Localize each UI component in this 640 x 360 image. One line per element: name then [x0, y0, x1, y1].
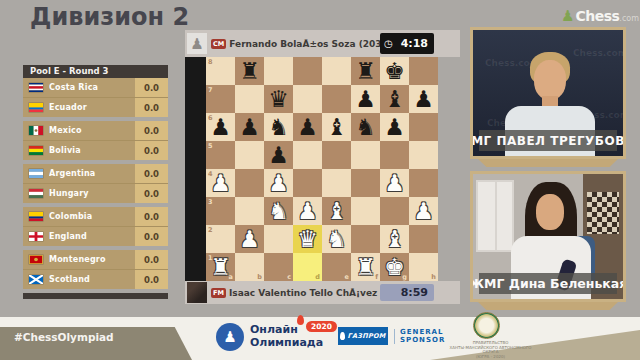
window-pane	[495, 182, 497, 250]
square-a1: 1a♜	[206, 253, 235, 281]
team-name: Bolivia	[49, 146, 135, 155]
file-label-c: c	[287, 273, 291, 281]
square-a3: 3	[206, 197, 235, 225]
flag-ecuador-icon	[29, 103, 43, 112]
caption-commentator-2: ЖМГ Дина Беленькая	[479, 273, 617, 294]
fide-logo: ♟	[216, 323, 244, 351]
title-badge-top: CM	[211, 39, 226, 49]
piece-bR-b8: ♜	[239, 60, 260, 83]
match-block: Argentina0.0Hungary0.0	[23, 164, 168, 203]
square-a7: 7	[206, 85, 235, 113]
square-f5	[351, 141, 380, 169]
team-score: 0.0	[135, 164, 168, 183]
chesscom-logo: ♟ Chess .com	[561, 8, 639, 24]
standings-row-mexico: Mexico0.0	[23, 121, 168, 140]
square-a8: 8	[206, 57, 235, 85]
olympiad-flame-icon	[297, 315, 304, 325]
crest-caption-line: (ЮГРА - 2020)	[448, 355, 533, 360]
square-h5	[409, 141, 438, 169]
team-score: 0.0	[135, 207, 168, 226]
square-b6: ♟	[235, 113, 264, 141]
team-name: Montenegro	[49, 255, 135, 264]
piece-bP-b6: ♟	[239, 116, 260, 139]
team-score: 0.0	[135, 78, 168, 97]
piece-bP-g6: ♟	[384, 116, 405, 139]
team-score: 0.0	[135, 98, 168, 117]
olympiad-title-line2: Олимпиада	[250, 336, 323, 349]
flag-argentina-icon	[29, 169, 43, 178]
square-c3: ♞	[264, 197, 293, 225]
avatar-bottom	[187, 282, 207, 303]
square-e6: ♝	[322, 113, 351, 141]
square-d6: ♟	[293, 113, 322, 141]
square-h6	[409, 113, 438, 141]
video-feed-commentator-1: Chess.com Chess.com Chess.com Chess.com …	[470, 27, 626, 159]
match-block: Mexico0.0Bolivia0.0	[23, 121, 168, 160]
match-block: Montenegro0.0Scotland0.0	[23, 250, 168, 289]
player-name-top: Fernando BolaÃ±os Soza (2038)	[229, 39, 392, 49]
square-e3: ♝	[322, 197, 351, 225]
fide-pawn-icon: ♟	[223, 328, 236, 346]
square-a2: 2	[206, 225, 235, 253]
general-sponsor-label: GENERAL SPONSOR	[394, 329, 445, 344]
square-h7: ♟	[409, 85, 438, 113]
clock-time-top: 4:18	[401, 37, 428, 50]
flag-montenegro-icon	[29, 255, 43, 264]
standings-row-colombia: Colombia0.0	[23, 207, 168, 226]
general-sponsor-line2: SPONSOR	[400, 337, 445, 345]
team-score: 0.0	[135, 121, 168, 140]
gazprom-flame-icon	[340, 332, 345, 340]
clock-icon: ◷	[384, 38, 393, 49]
rank-label-6: 6	[208, 114, 213, 122]
team-score: 0.0	[135, 270, 168, 289]
square-d5	[293, 141, 322, 169]
ugra-government-crest	[473, 312, 500, 339]
broadcast-frame: Дивизион 2 ♟ Chess .com Pool E - Round 3…	[0, 0, 640, 360]
square-a4: 4♟	[206, 169, 235, 197]
square-b8: ♜	[235, 57, 264, 85]
team-name: Argentina	[49, 169, 135, 178]
chess-board: 8♜♜♚7♛♟♝♟6♟♟♞♟♝♞♟5♟4♟♟♟3♞♟♝♟2♟♛♞♝1a♜bcde…	[206, 57, 438, 281]
square-c8	[264, 57, 293, 85]
chesscom-logo-tld: .com	[619, 14, 639, 23]
flag-mexico-icon	[29, 126, 43, 135]
board-left-strip	[185, 57, 206, 281]
standings-row-hungary: Hungary0.0	[23, 183, 168, 203]
rank-label-7: 7	[208, 86, 213, 94]
rank-label-2: 2	[208, 226, 213, 234]
piece-wB-e3: ♝	[326, 200, 347, 223]
video-feed-commentator-2: ЖМГ Дина Беленькая	[470, 171, 626, 302]
gazprom-text: ГАЗПРОМ	[347, 332, 385, 340]
file-label-g: g	[402, 273, 407, 281]
piece-wR-f1: ♜	[355, 256, 376, 279]
hashtag-text: #ChessOlympiad	[14, 331, 114, 343]
piece-bQ-c7: ♛	[268, 88, 289, 111]
standings-row-ecuador: Ecuador0.0	[23, 97, 168, 117]
square-h1: h	[409, 253, 438, 281]
gazprom-logo: ГАЗПРОМ	[338, 327, 388, 345]
square-b5	[235, 141, 264, 169]
chess-pawn-icon: ♟	[561, 9, 574, 24]
file-label-f: f	[375, 273, 378, 281]
rank-label-4: 4	[208, 170, 213, 178]
square-f8: ♜	[351, 57, 380, 85]
video-1-stand	[478, 159, 618, 167]
match-block: Costa Rica0.0Ecuador0.0	[23, 78, 168, 117]
piece-bP-c5: ♟	[268, 144, 289, 167]
square-e1: e	[322, 253, 351, 281]
title-badge-bottom: FM	[211, 288, 226, 298]
crest-caption: ПРАВИТЕЛЬСТВО ХАНТЫ-МАНСИЙСКОГО АВТОНОМН…	[448, 341, 533, 359]
match-block: Colombia0.0England0.0	[23, 207, 168, 246]
piece-bP-a6: ♟	[210, 116, 231, 139]
square-g8: ♚	[380, 57, 409, 85]
square-f2	[351, 225, 380, 253]
piece-bP-h7: ♟	[413, 88, 434, 111]
team-name: England	[49, 232, 135, 241]
piece-wP-h3: ♟	[413, 200, 434, 223]
square-e2: ♞	[322, 225, 351, 253]
clock-time-bottom: 8:59	[401, 286, 428, 299]
square-d1: d	[293, 253, 322, 281]
piece-wP-b2: ♟	[239, 228, 260, 251]
standings-row-scotland: Scotland0.0	[23, 269, 168, 289]
square-d8	[293, 57, 322, 85]
flag-bolivia-icon	[29, 146, 43, 155]
flag-hungary-icon	[29, 189, 43, 198]
rank-label-1: 1	[208, 254, 213, 262]
commentator-2-face	[536, 194, 564, 230]
team-score: 0.0	[135, 250, 168, 269]
piece-wQ-d2: ♛	[297, 228, 318, 251]
standings-row-costa-rica: Costa Rica0.0	[23, 78, 168, 97]
piece-bB-g7: ♝	[384, 88, 405, 111]
rank-label-5: 5	[208, 142, 213, 150]
square-d4	[293, 169, 322, 197]
video-2-stand	[478, 302, 618, 310]
piece-wN-e2: ♞	[326, 228, 347, 251]
file-label-d: d	[315, 273, 320, 281]
square-b3	[235, 197, 264, 225]
square-b4	[235, 169, 264, 197]
flag-costa-rica-icon	[29, 83, 43, 92]
player-bar-top: ♟ CM Fernando BolaÃ±os Soza (2038) ◷ 4:1…	[185, 30, 460, 57]
team-name: Ecuador	[49, 103, 135, 112]
square-h4	[409, 169, 438, 197]
square-f7: ♟	[351, 85, 380, 113]
caption-commentator-1: МГ ПАВЕЛ ТРЕГУБОВ	[479, 130, 617, 151]
flag-england-icon	[29, 232, 43, 241]
flag-colombia-icon	[29, 212, 43, 221]
square-f1: f♜	[351, 253, 380, 281]
team-name: Costa Rica	[49, 83, 135, 92]
square-a6: 6♟	[206, 113, 235, 141]
team-name: Hungary	[49, 189, 135, 198]
square-g2: ♝	[380, 225, 409, 253]
team-name: Mexico	[49, 126, 135, 135]
standings-row-montenegro: Montenegro0.0	[23, 250, 168, 269]
piece-wN-c3: ♞	[268, 200, 289, 223]
square-e8	[322, 57, 351, 85]
rank-label-3: 3	[208, 198, 213, 206]
square-f4	[351, 169, 380, 197]
team-name: Colombia	[49, 212, 135, 221]
square-c6: ♞	[264, 113, 293, 141]
chesscom-watermark: Chess.com	[573, 48, 626, 58]
window	[476, 180, 514, 252]
piece-bN-f6: ♞	[355, 116, 376, 139]
square-h8	[409, 57, 438, 85]
square-e4	[322, 169, 351, 197]
square-g6: ♟	[380, 113, 409, 141]
team-score: 0.0	[135, 227, 168, 246]
square-c4: ♟	[264, 169, 293, 197]
square-g1: g♚	[380, 253, 409, 281]
square-c2	[264, 225, 293, 253]
page-title: Дивизион 2	[30, 3, 189, 31]
team-score: 0.0	[135, 141, 168, 160]
square-c7: ♛	[264, 85, 293, 113]
piece-wP-g4: ♟	[384, 172, 405, 195]
file-label-h: h	[431, 273, 436, 281]
square-f6: ♞	[351, 113, 380, 141]
clock-bottom: 8:59	[380, 284, 434, 301]
piece-bK-g8: ♚	[384, 60, 405, 83]
olympiad-title-line1: Онлайн	[250, 323, 298, 336]
square-h2	[409, 225, 438, 253]
flag-scotland-icon	[29, 275, 43, 284]
year-badge: 2020	[306, 321, 337, 332]
chesscom-logo-text: Chess	[575, 8, 619, 24]
avatar-top: ♟	[187, 33, 207, 54]
pawn-avatar-icon: ♟	[190, 35, 203, 53]
square-d2: ♛	[293, 225, 322, 253]
file-label-e: e	[345, 273, 349, 281]
piece-wP-d3: ♟	[297, 200, 318, 223]
standings-panel: Pool E - Round 3 Costa Rica0.0Ecuador0.0…	[23, 65, 168, 299]
standings-row-england: England0.0	[23, 226, 168, 246]
standings-row-bolivia: Bolivia0.0	[23, 140, 168, 160]
standings-row-argentina: Argentina0.0	[23, 164, 168, 183]
piece-bB-e6: ♝	[326, 116, 347, 139]
square-h3: ♟	[409, 197, 438, 225]
standings-footer-bar	[23, 293, 168, 299]
clock-top: ◷ 4:18	[380, 33, 434, 54]
commentator-1-face	[534, 60, 566, 100]
piece-bP-f7: ♟	[355, 88, 376, 111]
square-e5	[322, 141, 351, 169]
square-g4: ♟	[380, 169, 409, 197]
checkered-board-decor	[587, 192, 619, 234]
file-label-a: a	[229, 273, 233, 281]
team-score: 0.0	[135, 184, 168, 203]
square-c5: ♟	[264, 141, 293, 169]
square-d7	[293, 85, 322, 113]
file-label-b: b	[257, 273, 262, 281]
piece-wP-a4: ♟	[210, 172, 231, 195]
square-b7	[235, 85, 264, 113]
piece-bN-c6: ♞	[268, 116, 289, 139]
square-c1: c	[264, 253, 293, 281]
square-b2: ♟	[235, 225, 264, 253]
square-b1: b	[235, 253, 264, 281]
piece-wB-g2: ♝	[384, 228, 405, 251]
standings-header: Pool E - Round 3	[23, 65, 168, 78]
piece-wP-c4: ♟	[268, 172, 289, 195]
square-e7	[322, 85, 351, 113]
square-d3: ♟	[293, 197, 322, 225]
piece-bR-f8: ♜	[355, 60, 376, 83]
square-g7: ♝	[380, 85, 409, 113]
square-g5	[380, 141, 409, 169]
square-g3	[380, 197, 409, 225]
square-f3	[351, 197, 380, 225]
team-name: Scotland	[49, 275, 135, 284]
square-a5: 5	[206, 141, 235, 169]
piece-bP-d6: ♟	[297, 116, 318, 139]
rank-label-8: 8	[208, 58, 213, 66]
standings-matches: Costa Rica0.0Ecuador0.0Mexico0.0Bolivia0…	[23, 78, 168, 289]
player-bar-bottom: FM Isaac Valentino Tello ChÃ¡vez (1976) …	[185, 281, 460, 304]
